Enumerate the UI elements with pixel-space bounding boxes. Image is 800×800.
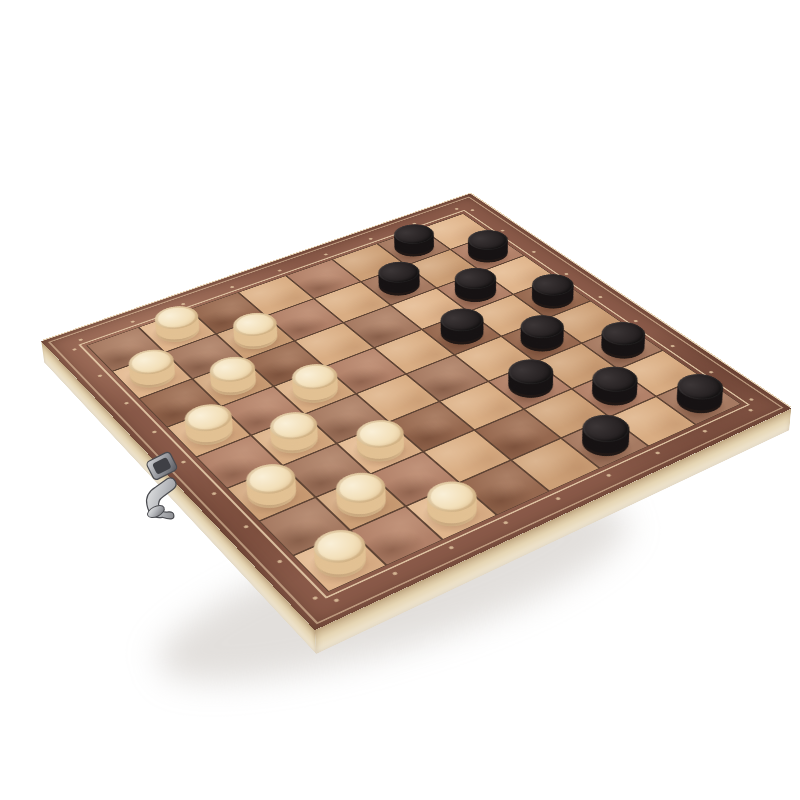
product-photo-scene (0, 0, 800, 800)
checker-black[interactable] (592, 330, 653, 363)
metal-clasp-icon (118, 444, 206, 528)
checker-white[interactable] (238, 472, 304, 514)
board-top-face (41, 194, 791, 630)
checkers-board (41, 194, 791, 630)
perspective-stage (0, 0, 800, 800)
checker-white[interactable] (417, 490, 485, 533)
pieces-layer (41, 194, 791, 630)
checker-white[interactable] (226, 321, 285, 353)
checker-black[interactable] (446, 276, 503, 306)
checker-white[interactable] (284, 373, 345, 408)
checker-white[interactable] (148, 315, 206, 347)
checker-black[interactable] (667, 382, 731, 418)
checker-black[interactable] (460, 239, 515, 267)
checker-black[interactable] (582, 375, 645, 411)
checker-white[interactable] (305, 538, 375, 584)
checker-black[interactable] (572, 423, 637, 461)
checker-white[interactable] (348, 428, 413, 467)
checker-black[interactable] (511, 324, 571, 357)
checker-black[interactable] (499, 368, 561, 403)
checker-white[interactable] (327, 481, 394, 523)
checker-white[interactable] (262, 421, 326, 459)
checker-black[interactable] (386, 233, 441, 261)
checker-black[interactable] (523, 283, 581, 313)
